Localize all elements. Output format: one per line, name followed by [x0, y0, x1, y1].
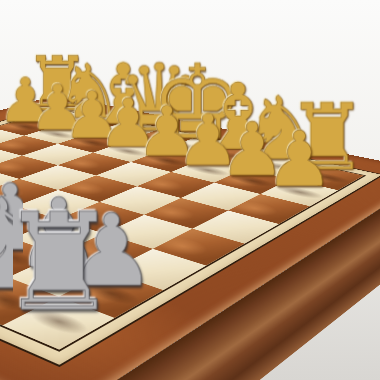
chess-board: ♜♞♝♛♚♝♞♜♟♟♟♟♟♟♟♟♟♟♟♟♟♟♟♟♜♞♝♛♚♝♞♜	[0, 95, 380, 380]
scene: ♜♞♝♛♚♝♞♜♟♟♟♟♟♟♟♟♟♟♟♟♟♟♟♟♜♞♝♛♚♝♞♜	[0, 0, 380, 380]
gold-p-glyph: ♟	[265, 122, 334, 198]
silver-r-glyph: ♜	[0, 195, 119, 330]
photo-stage: ♜♞♝♛♚♝♞♜♟♟♟♟♟♟♟♟♟♟♟♟♟♟♟♟♜♞♝♛♚♝♞♜	[0, 0, 380, 380]
